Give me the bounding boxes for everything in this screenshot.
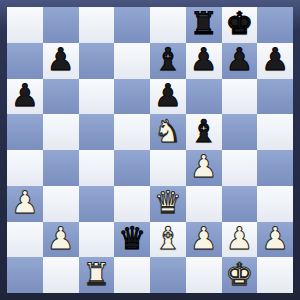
square-d6[interactable]: [114, 79, 150, 115]
square-c1[interactable]: ♜: [79, 257, 115, 293]
square-h7[interactable]: ♟: [257, 43, 293, 79]
square-f4[interactable]: ♟: [186, 150, 222, 186]
square-f5[interactable]: ♝: [186, 114, 222, 150]
square-e2[interactable]: ♝: [150, 222, 186, 258]
square-f7[interactable]: ♟: [186, 43, 222, 79]
square-a5[interactable]: [7, 114, 43, 150]
square-b7[interactable]: ♟: [43, 43, 79, 79]
white-bishop[interactable]: ♝: [154, 223, 182, 254]
square-e7[interactable]: ♝: [150, 43, 186, 79]
square-a1[interactable]: [7, 257, 43, 293]
square-e5[interactable]: ♞: [150, 114, 186, 150]
white-pawn[interactable]: ♟: [190, 223, 218, 254]
square-h2[interactable]: ♟: [257, 222, 293, 258]
white-rook[interactable]: ♜: [82, 259, 110, 290]
square-g4[interactable]: [222, 150, 258, 186]
black-pawn[interactable]: ♟: [47, 44, 75, 75]
white-pawn[interactable]: ♟: [190, 151, 218, 182]
square-d3[interactable]: [114, 186, 150, 222]
square-f8[interactable]: ♜: [186, 7, 222, 43]
black-pawn[interactable]: ♟: [11, 80, 39, 111]
square-h3[interactable]: [257, 186, 293, 222]
chess-board: ♜♚♟♝♟♟♟♟♟♞♝♟♟♛♟♛♝♟♟♟♜♚: [0, 0, 300, 300]
black-pawn[interactable]: ♟: [190, 44, 218, 75]
square-g1[interactable]: ♚: [222, 257, 258, 293]
white-queen[interactable]: ♛: [154, 187, 182, 218]
square-e4[interactable]: [150, 150, 186, 186]
square-e8[interactable]: [150, 7, 186, 43]
square-a2[interactable]: [7, 222, 43, 258]
square-b1[interactable]: [43, 257, 79, 293]
square-g8[interactable]: ♚: [222, 7, 258, 43]
square-e6[interactable]: ♟: [150, 79, 186, 115]
black-pawn[interactable]: ♟: [261, 44, 289, 75]
white-pawn[interactable]: ♟: [11, 187, 39, 218]
square-b2[interactable]: ♟: [43, 222, 79, 258]
square-a3[interactable]: ♟: [7, 186, 43, 222]
square-a4[interactable]: [7, 150, 43, 186]
square-g2[interactable]: ♟: [222, 222, 258, 258]
square-h8[interactable]: [257, 7, 293, 43]
square-c6[interactable]: [79, 79, 115, 115]
square-g6[interactable]: [222, 79, 258, 115]
black-bishop[interactable]: ♝: [154, 44, 182, 75]
square-h4[interactable]: [257, 150, 293, 186]
white-king[interactable]: ♚: [225, 259, 253, 290]
square-b6[interactable]: [43, 79, 79, 115]
square-b5[interactable]: [43, 114, 79, 150]
square-d5[interactable]: [114, 114, 150, 150]
square-f2[interactable]: ♟: [186, 222, 222, 258]
square-b4[interactable]: [43, 150, 79, 186]
square-f3[interactable]: [186, 186, 222, 222]
square-d1[interactable]: [114, 257, 150, 293]
square-b3[interactable]: [43, 186, 79, 222]
white-pawn[interactable]: ♟: [225, 223, 253, 254]
square-g7[interactable]: ♟: [222, 43, 258, 79]
square-c4[interactable]: [79, 150, 115, 186]
square-c5[interactable]: [79, 114, 115, 150]
square-e3[interactable]: ♛: [150, 186, 186, 222]
square-c8[interactable]: [79, 7, 115, 43]
square-g5[interactable]: [222, 114, 258, 150]
white-pawn[interactable]: ♟: [47, 223, 75, 254]
black-queen[interactable]: ♛: [118, 223, 146, 254]
black-bishop[interactable]: ♝: [190, 116, 218, 147]
square-d8[interactable]: [114, 7, 150, 43]
board-grid: ♜♚♟♝♟♟♟♟♟♞♝♟♟♛♟♛♝♟♟♟♜♚: [7, 7, 293, 293]
square-d7[interactable]: [114, 43, 150, 79]
square-c7[interactable]: [79, 43, 115, 79]
black-pawn[interactable]: ♟: [225, 44, 253, 75]
square-g3[interactable]: [222, 186, 258, 222]
square-h1[interactable]: [257, 257, 293, 293]
square-h6[interactable]: [257, 79, 293, 115]
square-f6[interactable]: [186, 79, 222, 115]
square-d2[interactable]: ♛: [114, 222, 150, 258]
white-pawn[interactable]: ♟: [261, 223, 289, 254]
black-king[interactable]: ♚: [225, 8, 253, 39]
square-b8[interactable]: [43, 7, 79, 43]
square-a7[interactable]: [7, 43, 43, 79]
square-a8[interactable]: [7, 7, 43, 43]
square-f1[interactable]: [186, 257, 222, 293]
square-c2[interactable]: [79, 222, 115, 258]
black-pawn[interactable]: ♟: [154, 80, 182, 111]
square-e1[interactable]: [150, 257, 186, 293]
square-h5[interactable]: [257, 114, 293, 150]
square-d4[interactable]: [114, 150, 150, 186]
square-c3[interactable]: [79, 186, 115, 222]
black-rook[interactable]: ♜: [190, 8, 218, 39]
white-knight[interactable]: ♞: [154, 116, 182, 147]
square-a6[interactable]: ♟: [7, 79, 43, 115]
